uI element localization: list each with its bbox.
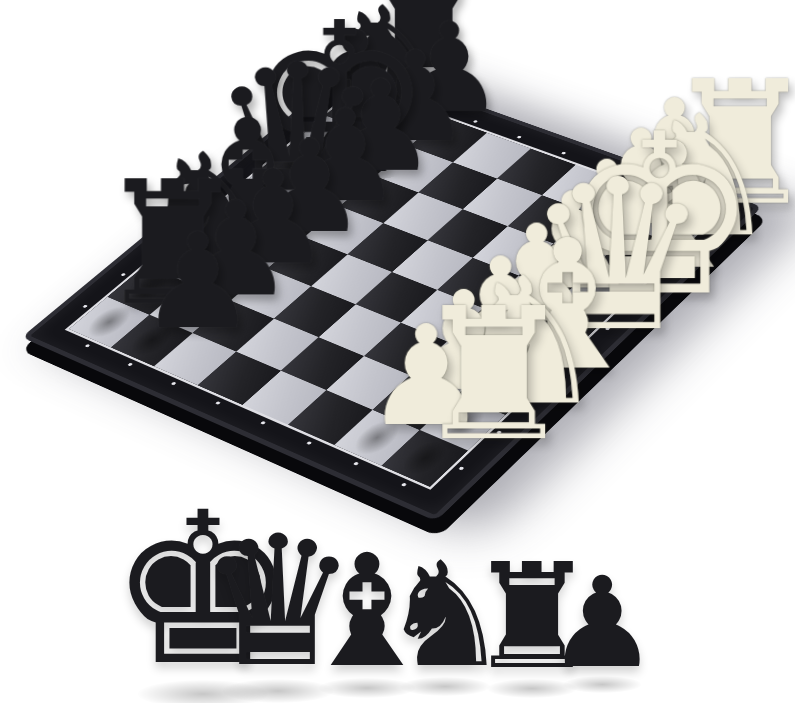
lineup-black-bishop: ♝ (298, 534, 437, 689)
product-photo: ♜♞♝♛♚♝♞♜♟♟♟♟♟♟♟♟♟♟♟♟♟♟♟♟♜♞♝♛♚♝♞♜ ♚♛♝♞♜♟ (0, 0, 795, 703)
chess-board: ♜♞♝♛♚♝♞♜♟♟♟♟♟♟♟♟♟♟♟♟♟♟♟♟♜♞♝♛♚♝♞♜ (22, 62, 763, 521)
white-rook[interactable]: ♜ (412, 284, 474, 466)
lineup-black-rook: ♜ (467, 544, 597, 689)
black-pawn[interactable]: ♟ (139, 216, 198, 348)
lineup-black-pawn: ♟ (546, 560, 658, 685)
board-scene: ♜♞♝♛♚♝♞♜♟♟♟♟♟♟♟♟♟♟♟♟♟♟♟♟♜♞♝♛♚♝♞♜ (84, 0, 700, 580)
lineup-black-knight: ♞ (380, 542, 510, 687)
board-grid: ♜♞♝♛♚♝♞♜♟♟♟♟♟♟♟♟♟♟♟♟♟♟♟♟♜♞♝♛♚♝♞♜ (69, 87, 715, 487)
